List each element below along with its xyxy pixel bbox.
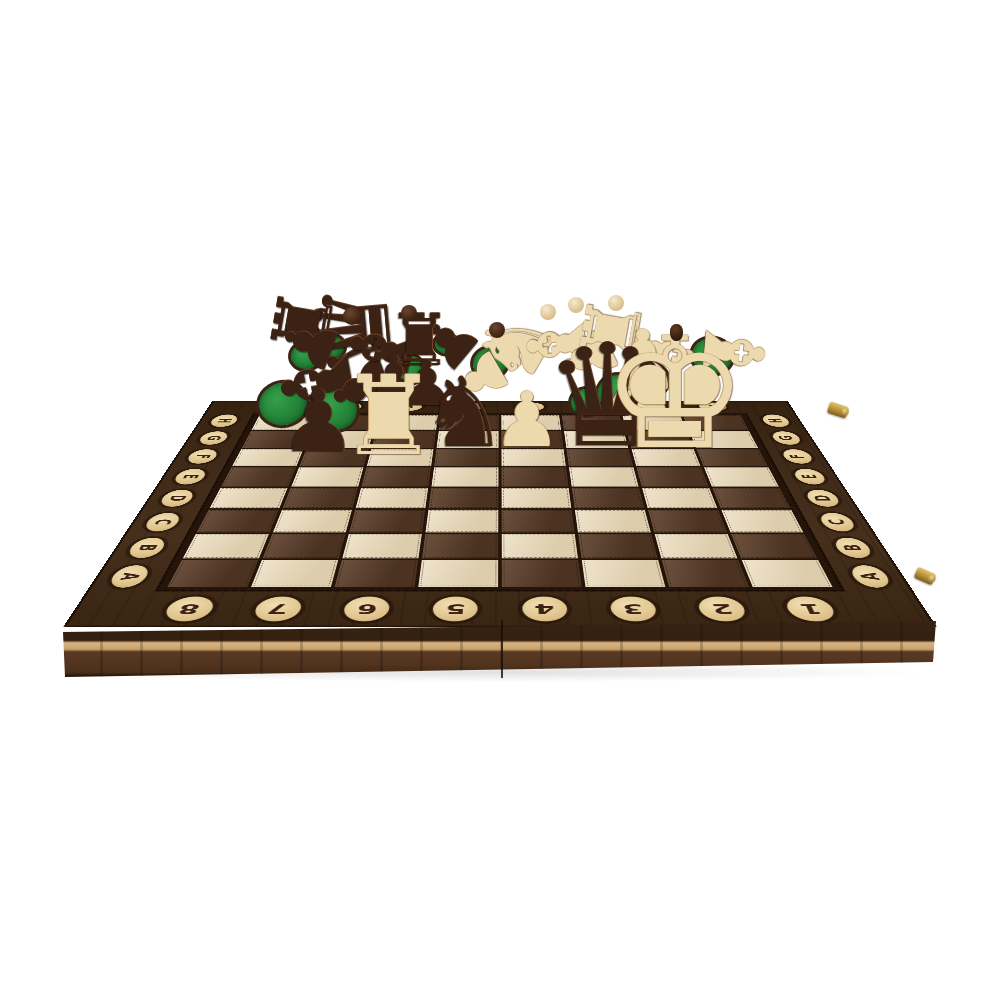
coordinate-medallion: H — [206, 414, 242, 427]
coordinate-label: D — [164, 495, 190, 501]
board-shadow — [70, 666, 930, 682]
coordinate-label: 7 — [265, 601, 291, 617]
board-square — [431, 467, 498, 486]
board-square — [263, 534, 346, 559]
board-square — [273, 510, 352, 533]
board-square — [655, 534, 738, 559]
coordinate-label: A — [115, 572, 145, 579]
board-square — [712, 488, 790, 509]
coordinate-label: B — [133, 544, 162, 551]
board-square — [356, 488, 429, 509]
brass-clasp — [913, 566, 936, 585]
coordinate-label: 3 — [621, 601, 645, 617]
board-square — [283, 488, 358, 509]
piece-head — [568, 297, 584, 313]
board-square — [429, 488, 499, 509]
brass-clasp — [827, 401, 850, 419]
coordinate-label: 6 — [355, 601, 379, 617]
coordinate-label: B — [839, 544, 868, 551]
board-square — [648, 510, 727, 533]
chess-set-product-photo: 87654321 87654321 ABCDEFGH ABCDEFGH ♛♜♝♟… — [0, 0, 1000, 1000]
coordinate-medallion: 3 — [607, 596, 661, 623]
coordinate-label: H — [213, 418, 235, 422]
board-square — [418, 560, 498, 587]
coordinate-medallion: C — [139, 512, 185, 532]
board-square — [210, 488, 288, 509]
coordinate-label: E — [798, 474, 822, 479]
board-square — [422, 534, 498, 559]
coordinate-medallion: 4 — [520, 596, 570, 623]
coordinate-medallion: 2 — [694, 596, 752, 623]
coordinate-medallion: B — [829, 537, 877, 559]
board-square — [742, 560, 833, 587]
coordinate-medallion: F — [778, 449, 817, 465]
board-square — [662, 560, 749, 587]
coordinate-label: G — [775, 436, 798, 441]
board-square — [183, 534, 269, 559]
coordinate-label: 1 — [797, 601, 825, 617]
piece-head — [608, 295, 624, 311]
coordinate-medallion: 8 — [158, 596, 220, 623]
coordinate-medallion: H — [758, 414, 794, 427]
piece-head — [489, 322, 505, 338]
coordinate-medallion: D — [802, 489, 845, 507]
board-square — [642, 488, 717, 509]
board-square — [425, 510, 498, 533]
coordinate-label: F — [786, 454, 809, 458]
coordinate-label: C — [824, 519, 851, 525]
board-square — [502, 488, 572, 509]
king-finial — [670, 324, 683, 341]
coordinate-medallion: D — [155, 489, 198, 507]
coordinate-medallion: A — [104, 564, 156, 588]
coordinate-medallion: F — [183, 449, 222, 465]
board-square — [251, 560, 338, 587]
coordinate-medallion: 1 — [780, 596, 842, 623]
coordinate-label: H — [765, 418, 787, 422]
board-square — [731, 534, 817, 559]
coordinate-rail-front: 87654321 — [135, 591, 865, 627]
piece-head — [343, 307, 361, 325]
board-square — [578, 534, 658, 559]
coordinate-label: 4 — [534, 601, 555, 617]
board-square — [502, 534, 578, 559]
coordinate-label: E — [178, 474, 202, 479]
coordinate-medallion: G — [768, 431, 805, 445]
board-square — [342, 534, 422, 559]
coordinate-medallion: E — [169, 468, 210, 485]
coordinate-medallion: 5 — [430, 596, 480, 623]
coordinate-medallion: G — [195, 431, 232, 445]
coordinate-medallion: 6 — [339, 596, 393, 623]
coordinate-medallion: A — [845, 564, 897, 588]
coordinate-medallion: C — [815, 512, 861, 532]
board-square — [502, 560, 582, 587]
coordinate-label: 2 — [709, 601, 735, 617]
coordinate-label: C — [149, 519, 176, 525]
coordinate-medallion: 7 — [249, 596, 307, 623]
coordinate-label: 8 — [175, 601, 203, 617]
coordinate-label: F — [191, 454, 214, 458]
piece-head — [540, 304, 556, 320]
coordinate-label: A — [855, 572, 885, 579]
coordinate-medallion: B — [122, 537, 170, 559]
board-square — [572, 488, 645, 509]
coordinate-label: G — [202, 436, 225, 441]
board-square — [721, 510, 803, 533]
board-square — [167, 560, 258, 587]
coordinate-label: D — [810, 495, 836, 501]
board-square — [575, 510, 651, 533]
board-square — [197, 510, 279, 533]
piece-head — [401, 305, 417, 321]
board-square — [349, 510, 425, 533]
board-square — [335, 560, 419, 587]
board-square — [502, 510, 575, 533]
board-square — [582, 560, 666, 587]
coordinate-medallion: E — [789, 468, 830, 485]
coordinate-label: 5 — [445, 601, 466, 617]
dark-pawn-standing: ♟ — [279, 378, 356, 464]
